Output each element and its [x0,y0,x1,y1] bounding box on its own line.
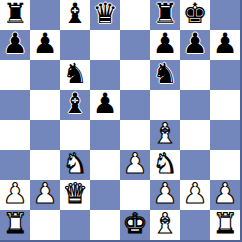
piece-white-rook[interactable]: ♜ [2,210,27,238]
piece-white-rook[interactable]: ♜ [212,210,237,238]
piece-white-queen[interactable]: ♛ [62,180,87,208]
piece-black-pawn[interactable]: ♟ [152,30,177,58]
square-a4[interactable] [0,120,30,150]
square-g4[interactable] [180,120,210,150]
piece-white-pawn[interactable]: ♟ [122,150,147,178]
square-c4[interactable] [60,120,90,150]
square-e2[interactable] [120,180,150,210]
piece-white-pawn[interactable]: ♟ [182,180,207,208]
square-d6[interactable] [90,60,120,90]
square-e1[interactable]: ♚ [120,210,150,240]
square-g5[interactable] [180,90,210,120]
square-e5[interactable] [120,90,150,120]
square-b8[interactable] [30,0,60,30]
piece-black-rook[interactable]: ♜ [152,0,177,28]
piece-white-bishop[interactable]: ♝ [152,120,177,148]
piece-white-pawn[interactable]: ♟ [2,180,27,208]
piece-black-pawn[interactable]: ♟ [32,30,57,58]
square-a3[interactable] [0,150,30,180]
square-b5[interactable] [30,90,60,120]
square-h8[interactable] [210,0,240,30]
square-d3[interactable] [90,150,120,180]
piece-black-pawn[interactable]: ♟ [182,30,207,58]
square-d2[interactable] [90,180,120,210]
piece-white-king[interactable]: ♚ [122,210,147,238]
square-b1[interactable] [30,210,60,240]
piece-black-knight[interactable]: ♞ [62,60,87,88]
square-e4[interactable] [120,120,150,150]
piece-white-knight[interactable]: ♞ [62,150,87,178]
chess-board: ♜♝♛♜♚♟♟♟♟♟♞♞♝♟♝♞♟♞♟♟♛♟♟♟♜♚♝♜ [0,0,240,240]
square-c5[interactable]: ♝ [60,90,90,120]
chess-board-frame: ♜♝♛♜♚♟♟♟♟♟♞♞♝♟♝♞♟♞♟♟♛♟♟♟♜♚♝♜ [0,0,242,242]
piece-white-pawn[interactable]: ♟ [32,180,57,208]
square-d8[interactable]: ♛ [90,0,120,30]
square-g3[interactable] [180,150,210,180]
piece-black-knight[interactable]: ♞ [152,60,177,88]
square-b4[interactable] [30,120,60,150]
square-h4[interactable] [210,120,240,150]
square-f8[interactable]: ♜ [150,0,180,30]
square-f6[interactable]: ♞ [150,60,180,90]
square-g6[interactable] [180,60,210,90]
square-b7[interactable]: ♟ [30,30,60,60]
square-h2[interactable]: ♟ [210,180,240,210]
piece-black-pawn[interactable]: ♟ [212,30,237,58]
piece-black-queen[interactable]: ♛ [92,0,117,28]
square-h6[interactable] [210,60,240,90]
square-e7[interactable] [120,30,150,60]
piece-white-pawn[interactable]: ♟ [152,180,177,208]
square-f5[interactable] [150,90,180,120]
square-g2[interactable]: ♟ [180,180,210,210]
square-d7[interactable] [90,30,120,60]
square-f4[interactable]: ♝ [150,120,180,150]
square-f7[interactable]: ♟ [150,30,180,60]
square-h7[interactable]: ♟ [210,30,240,60]
square-g1[interactable] [180,210,210,240]
square-b2[interactable]: ♟ [30,180,60,210]
square-e8[interactable] [120,0,150,30]
square-f3[interactable]: ♞ [150,150,180,180]
piece-black-king[interactable]: ♚ [182,0,207,28]
square-c7[interactable] [60,30,90,60]
square-c2[interactable]: ♛ [60,180,90,210]
square-h1[interactable]: ♜ [210,210,240,240]
piece-black-bishop[interactable]: ♝ [62,90,87,118]
square-g7[interactable]: ♟ [180,30,210,60]
square-h5[interactable] [210,90,240,120]
square-f1[interactable]: ♝ [150,210,180,240]
square-c1[interactable] [60,210,90,240]
square-a5[interactable] [0,90,30,120]
square-b3[interactable] [30,150,60,180]
square-b6[interactable] [30,60,60,90]
piece-black-pawn[interactable]: ♟ [2,30,27,58]
square-a2[interactable]: ♟ [0,180,30,210]
piece-white-knight[interactable]: ♞ [152,150,177,178]
square-a6[interactable] [0,60,30,90]
piece-white-bishop[interactable]: ♝ [152,210,177,238]
square-a8[interactable]: ♜ [0,0,30,30]
square-e6[interactable] [120,60,150,90]
square-a1[interactable]: ♜ [0,210,30,240]
square-a7[interactable]: ♟ [0,30,30,60]
square-f2[interactable]: ♟ [150,180,180,210]
square-c8[interactable]: ♝ [60,0,90,30]
square-d1[interactable] [90,210,120,240]
square-c3[interactable]: ♞ [60,150,90,180]
piece-black-bishop[interactable]: ♝ [62,0,87,28]
square-e3[interactable]: ♟ [120,150,150,180]
piece-white-pawn[interactable]: ♟ [212,180,237,208]
piece-black-rook[interactable]: ♜ [2,0,27,28]
square-d5[interactable]: ♟ [90,90,120,120]
square-h3[interactable] [210,150,240,180]
piece-black-pawn[interactable]: ♟ [92,90,117,118]
square-g8[interactable]: ♚ [180,0,210,30]
square-d4[interactable] [90,120,120,150]
square-c6[interactable]: ♞ [60,60,90,90]
